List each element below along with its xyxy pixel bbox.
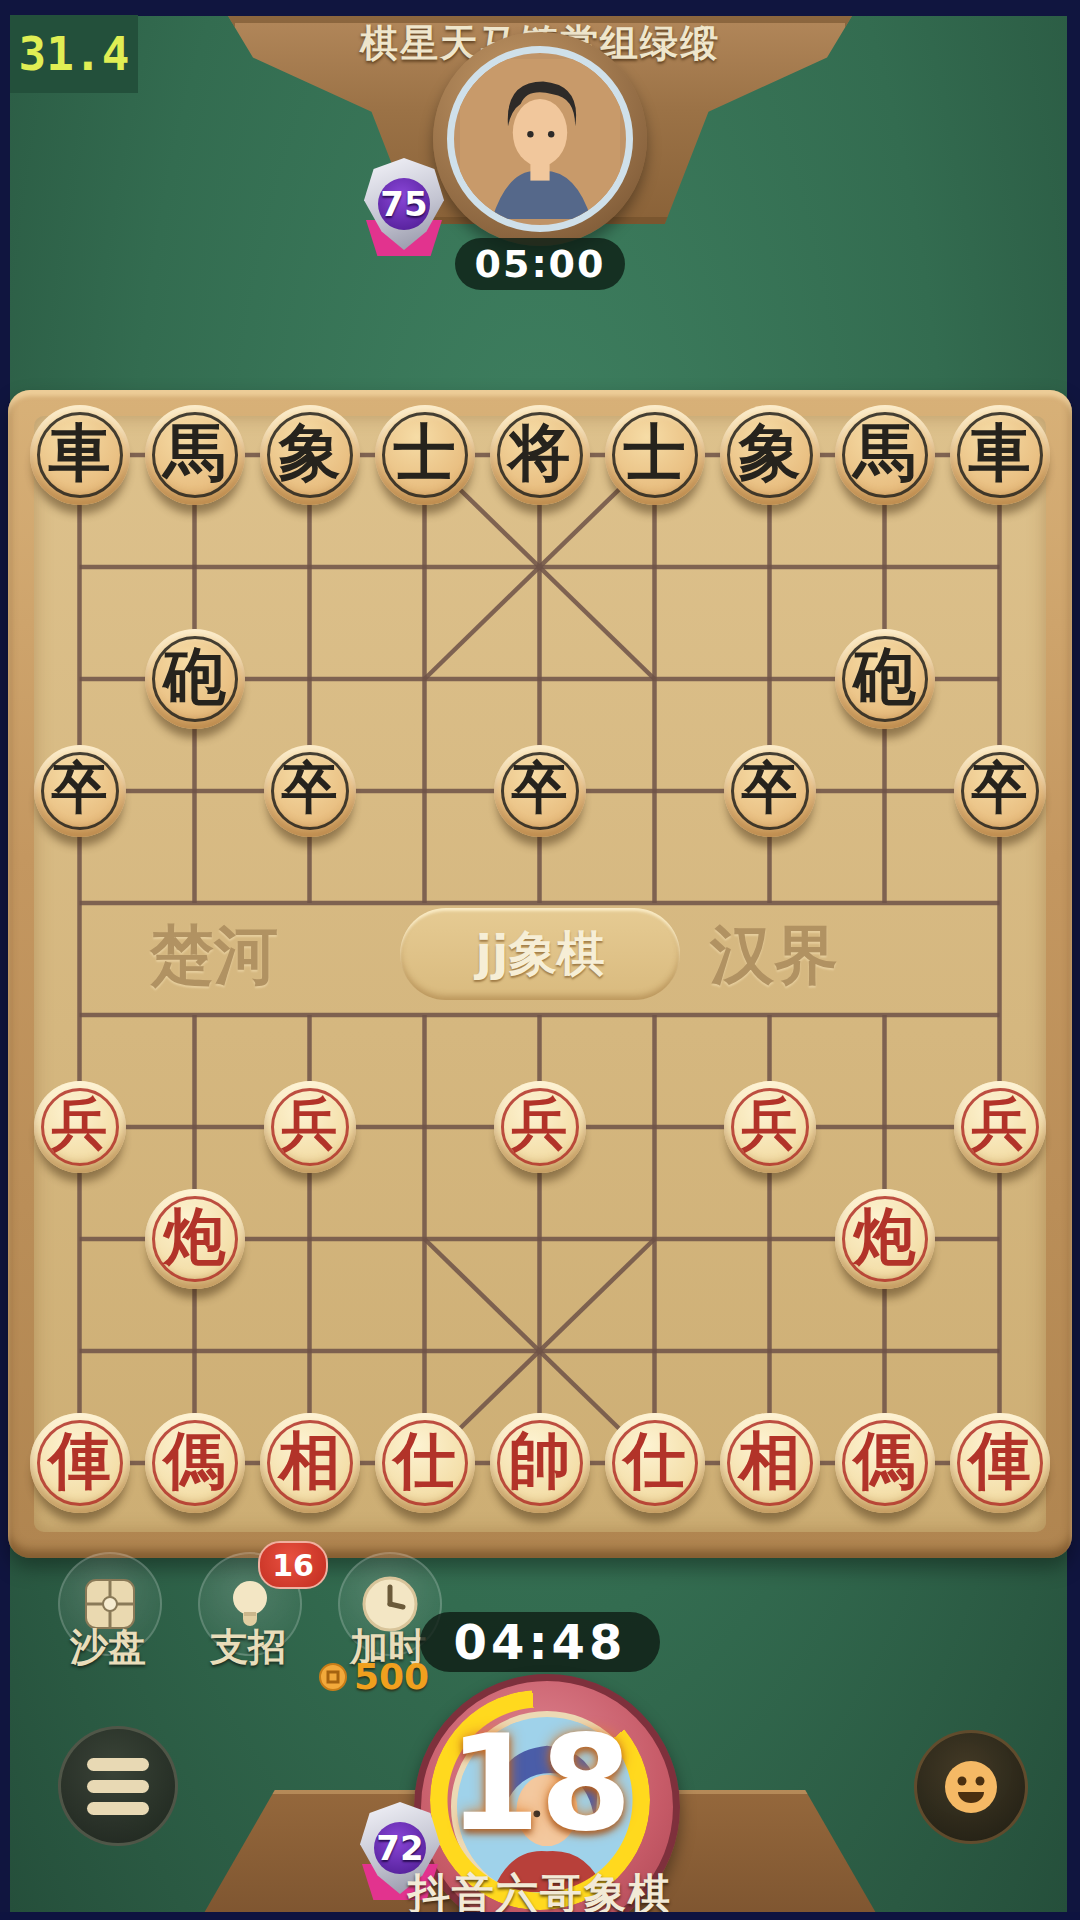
piece-black-elephant[interactable]: 象	[260, 405, 360, 505]
piece-red-horse[interactable]: 傌	[145, 1413, 245, 1513]
board-point[interactable]	[137, 511, 252, 623]
board-point[interactable]	[597, 511, 712, 623]
opponent-avatar-ring	[447, 46, 633, 232]
hint-label: 支招	[178, 1622, 318, 1673]
board-point[interactable]: 俥	[22, 1407, 137, 1519]
board-point[interactable]: 仕	[597, 1407, 712, 1519]
piece-black-horse[interactable]: 馬	[145, 405, 245, 505]
board-point[interactable]	[367, 1295, 482, 1407]
piece-glyph: 俥	[49, 1419, 111, 1503]
board-point[interactable]	[252, 623, 367, 735]
board-point[interactable]	[137, 1295, 252, 1407]
piece-red-chariot[interactable]: 俥	[950, 1413, 1050, 1513]
fps-counter: 31.4	[10, 15, 138, 93]
board-point[interactable]	[367, 1071, 482, 1183]
board-point[interactable]: 卒	[22, 735, 137, 847]
piece-red-cannon[interactable]: 炮	[145, 1189, 245, 1289]
board-point[interactable]: 卒	[482, 735, 597, 847]
board-point[interactable]	[22, 1295, 137, 1407]
board-point[interactable]	[22, 847, 137, 959]
board-point[interactable]: 卒	[712, 735, 827, 847]
bottom-edge	[0, 1912, 1080, 1920]
add-time-cost: 500	[318, 1656, 429, 1697]
piece-black-cannon[interactable]: 砲	[835, 629, 935, 729]
piece-glyph: 卒	[742, 751, 798, 827]
pieces-grid: 車馬象士将士象馬車砲砲卒卒卒卒卒兵兵兵兵兵炮炮俥傌相仕帥仕相傌俥	[22, 399, 1057, 1519]
add-time-cost-value: 500	[354, 1656, 429, 1697]
board-point[interactable]	[482, 1183, 597, 1295]
board-point[interactable]	[942, 623, 1057, 735]
board-point[interactable]	[827, 511, 942, 623]
board-point[interactable]	[482, 959, 597, 1071]
piece-glyph: 士	[624, 411, 686, 495]
board-point[interactable]	[712, 623, 827, 735]
board-point[interactable]: 帥	[482, 1407, 597, 1519]
piece-black-soldier[interactable]: 卒	[494, 745, 586, 837]
board-point[interactable]	[482, 623, 597, 735]
piece-glyph: 相	[739, 1419, 801, 1503]
board-point[interactable]	[827, 959, 942, 1071]
board-point[interactable]: 将	[482, 399, 597, 511]
board-point[interactable]	[252, 959, 367, 1071]
xiangqi-game-screen: 棋星天马链赏组绿缎 31.4 75 05:00 楚河 汉界	[0, 0, 1080, 1920]
piece-red-soldier[interactable]: 兵	[494, 1081, 586, 1173]
opponent-avatar[interactable]	[433, 32, 647, 246]
board-point[interactable]: 馬	[827, 399, 942, 511]
piece-black-soldier[interactable]: 卒	[954, 745, 1046, 837]
piece-glyph: 卒	[282, 751, 338, 827]
piece-glyph: 兵	[282, 1087, 338, 1163]
board-point[interactable]	[22, 511, 137, 623]
board-point[interactable]: 傌	[137, 1407, 252, 1519]
board-point[interactable]	[712, 1183, 827, 1295]
board-point[interactable]	[367, 735, 482, 847]
board-point[interactable]	[137, 847, 252, 959]
piece-black-advisor[interactable]: 士	[375, 405, 475, 505]
piece-glyph: 砲	[854, 635, 916, 719]
board-point[interactable]: 卒	[252, 735, 367, 847]
sandbox-label: 沙盘	[38, 1622, 178, 1673]
board-point[interactable]	[482, 847, 597, 959]
board-point[interactable]	[137, 735, 252, 847]
board-point[interactable]	[597, 623, 712, 735]
piece-black-soldier[interactable]: 卒	[724, 745, 816, 837]
piece-glyph: 相	[279, 1419, 341, 1503]
board-point[interactable]	[22, 1183, 137, 1295]
piece-glyph: 兵	[52, 1087, 108, 1163]
xiangqi-board: 楚河 汉界 jj象棋 車馬象士将士象馬車砲砲卒卒卒卒卒兵兵兵兵兵炮炮俥傌相仕帥仕…	[8, 390, 1072, 1558]
board-point[interactable]	[597, 735, 712, 847]
board-point[interactable]	[827, 847, 942, 959]
board-point[interactable]: 象	[252, 399, 367, 511]
board-point[interactable]	[827, 1295, 942, 1407]
board-point[interactable]	[367, 959, 482, 1071]
board-point[interactable]: 兵	[482, 1071, 597, 1183]
board-point[interactable]	[482, 511, 597, 623]
piece-glyph: 象	[739, 411, 801, 495]
board-point[interactable]: 傌	[827, 1407, 942, 1519]
board-point[interactable]	[942, 1295, 1057, 1407]
coin-icon	[318, 1662, 348, 1692]
piece-black-elephant[interactable]: 象	[720, 405, 820, 505]
piece-red-advisor[interactable]: 仕	[375, 1413, 475, 1513]
piece-black-soldier[interactable]: 卒	[34, 745, 126, 837]
piece-glyph: 俥	[969, 1419, 1031, 1503]
board-point[interactable]: 士	[597, 399, 712, 511]
board-point[interactable]	[137, 959, 252, 1071]
piece-black-horse[interactable]: 馬	[835, 405, 935, 505]
piece-red-soldier[interactable]: 兵	[724, 1081, 816, 1173]
board-point[interactable]	[597, 847, 712, 959]
piece-glyph: 仕	[394, 1419, 456, 1503]
board-point[interactable]: 砲	[137, 623, 252, 735]
board-point[interactable]	[367, 623, 482, 735]
move-countdown: 18	[415, 1706, 665, 1860]
board-point[interactable]	[252, 1295, 367, 1407]
piece-glyph: 象	[279, 411, 341, 495]
board-point[interactable]	[22, 959, 137, 1071]
piece-glyph: 兵	[972, 1087, 1028, 1163]
menu-button[interactable]	[58, 1726, 178, 1846]
board-point[interactable]	[252, 1183, 367, 1295]
board-point[interactable]: 卒	[942, 735, 1057, 847]
piece-black-chariot[interactable]: 車	[30, 405, 130, 505]
board-point[interactable]	[597, 1295, 712, 1407]
board-point[interactable]: 象	[712, 399, 827, 511]
board-point[interactable]	[22, 623, 137, 735]
opponent-portrait	[460, 59, 620, 219]
board-point[interactable]: 炮	[827, 1183, 942, 1295]
player-timer: 04:48	[420, 1612, 660, 1672]
piece-glyph: 砲	[164, 635, 226, 719]
board-point[interactable]	[597, 959, 712, 1071]
emoji-button[interactable]	[914, 1730, 1028, 1844]
piece-red-elephant[interactable]: 相	[720, 1413, 820, 1513]
board-point[interactable]	[942, 511, 1057, 623]
piece-red-elephant[interactable]: 相	[260, 1413, 360, 1513]
board-point[interactable]	[712, 1295, 827, 1407]
piece-red-chariot[interactable]: 俥	[30, 1413, 130, 1513]
piece-glyph: 傌	[854, 1419, 916, 1503]
board-point[interactable]: 仕	[367, 1407, 482, 1519]
board-point[interactable]: 俥	[942, 1407, 1057, 1519]
board-point[interactable]	[367, 847, 482, 959]
board-point[interactable]	[137, 1071, 252, 1183]
board-point[interactable]: 兵	[712, 1071, 827, 1183]
board-point[interactable]	[712, 511, 827, 623]
board-point[interactable]	[942, 959, 1057, 1071]
piece-red-soldier[interactable]: 兵	[954, 1081, 1046, 1173]
piece-red-advisor[interactable]: 仕	[605, 1413, 705, 1513]
board-point[interactable]: 砲	[827, 623, 942, 735]
hint-count-badge: 16	[258, 1541, 328, 1589]
piece-black-soldier[interactable]: 卒	[264, 745, 356, 837]
board-point[interactable]: 相	[252, 1407, 367, 1519]
board-point[interactable]	[367, 1183, 482, 1295]
board-point[interactable]: 馬	[137, 399, 252, 511]
piece-glyph: 卒	[512, 751, 568, 827]
piece-black-chariot[interactable]: 車	[950, 405, 1050, 505]
smiley-icon	[936, 1752, 1006, 1822]
board-point[interactable]	[827, 735, 942, 847]
board-point[interactable]	[942, 1183, 1057, 1295]
board-point[interactable]	[712, 959, 827, 1071]
piece-glyph: 士	[394, 411, 456, 495]
piece-red-soldier[interactable]: 兵	[264, 1081, 356, 1173]
piece-glyph: 帥	[509, 1419, 571, 1503]
board-point[interactable]	[942, 847, 1057, 959]
piece-glyph: 馬	[164, 411, 226, 495]
board-point[interactable]: 兵	[252, 1071, 367, 1183]
piece-glyph: 炮	[854, 1195, 916, 1279]
hamburger-icon	[87, 1758, 149, 1771]
board-point[interactable]	[367, 511, 482, 623]
piece-glyph: 車	[49, 411, 111, 495]
board-point[interactable]	[597, 1183, 712, 1295]
opponent-timer: 05:00	[455, 238, 625, 290]
board-point[interactable]: 炮	[137, 1183, 252, 1295]
board-point[interactable]: 兵	[22, 1071, 137, 1183]
piece-black-cannon[interactable]: 砲	[145, 629, 245, 729]
board-point[interactable]: 車	[942, 399, 1057, 511]
piece-glyph: 傌	[164, 1419, 226, 1503]
piece-red-general[interactable]: 帥	[490, 1413, 590, 1513]
opponent-level: 75	[378, 178, 430, 230]
board-point[interactable]: 士	[367, 399, 482, 511]
piece-glyph: 仕	[624, 1419, 686, 1503]
piece-glyph: 車	[969, 411, 1031, 495]
board-point[interactable]	[252, 511, 367, 623]
piece-glyph: 兵	[742, 1087, 798, 1163]
opponent-level-badge: 75	[356, 158, 452, 264]
board-point[interactable]	[712, 847, 827, 959]
piece-glyph: 馬	[854, 411, 916, 495]
piece-red-cannon[interactable]: 炮	[835, 1189, 935, 1289]
board-point[interactable]	[827, 1071, 942, 1183]
board-point[interactable]	[597, 1071, 712, 1183]
piece-black-general[interactable]: 将	[490, 405, 590, 505]
board-point[interactable]	[252, 847, 367, 959]
piece-red-horse[interactable]: 傌	[835, 1413, 935, 1513]
piece-glyph: 兵	[512, 1087, 568, 1163]
piece-glyph: 炮	[164, 1195, 226, 1279]
piece-red-soldier[interactable]: 兵	[34, 1081, 126, 1173]
board-point[interactable]: 相	[712, 1407, 827, 1519]
board-point[interactable]: 車	[22, 399, 137, 511]
piece-glyph: 将	[509, 411, 571, 495]
piece-glyph: 卒	[972, 751, 1028, 827]
board-point[interactable]	[482, 1295, 597, 1407]
board-point[interactable]: 兵	[942, 1071, 1057, 1183]
piece-glyph: 卒	[52, 751, 108, 827]
piece-black-advisor[interactable]: 士	[605, 405, 705, 505]
